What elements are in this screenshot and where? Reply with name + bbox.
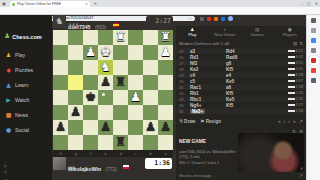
white-move[interactable]: Nf2 (190, 61, 226, 66)
move-row[interactable]: 35.Ne3+1:36 (176, 108, 306, 114)
bottom-player-clock: 1:36 (145, 158, 172, 169)
sidebar-item-play[interactable]: ♟Play (5, 51, 25, 59)
square-r5c2[interactable] (83, 105, 98, 120)
square-r1c3[interactable]: ♚ (98, 45, 113, 60)
square-r3c4[interactable]: ♜ (113, 75, 128, 90)
app-red-icon[interactable] (309, 66, 319, 75)
webcam-feed[interactable]: ↗ (238, 133, 304, 172)
edge-sidebar (306, 15, 320, 180)
maximize-icon[interactable]: ▢ (307, 1, 311, 6)
file-label: g (68, 150, 83, 157)
white-move[interactable]: Rbc1 (190, 97, 226, 102)
square-r0c2[interactable] (83, 30, 98, 45)
chat-input[interactable]: Send a message... (179, 173, 299, 178)
extensions-row: ⋯ (200, 16, 240, 22)
white-pawn[interactable]: ♟ (158, 45, 173, 60)
white-move[interactable]: Ng4+ (190, 103, 226, 108)
tab-players[interactable]: ●Players (274, 26, 307, 39)
tab-label: Players (274, 32, 307, 37)
time-bar (288, 80, 295, 82)
draw-button[interactable]: ½ Draw (179, 119, 195, 124)
square-r2c4[interactable] (113, 60, 128, 75)
top-player-flag (113, 23, 119, 27)
square-r1c4[interactable] (113, 45, 128, 60)
bottom-player-captured: ♙♙ (68, 165, 75, 170)
white-move[interactable]: Rb1 (190, 91, 226, 96)
time-bar (288, 50, 295, 52)
tab-label: New Game (209, 32, 242, 37)
sidebar-item-label: News (15, 112, 28, 118)
file-label: a (158, 150, 173, 157)
file-label: f (83, 150, 98, 157)
top-player-clock: 2:27 (146, 16, 173, 27)
square-r4c1[interactable] (68, 90, 83, 105)
square-r7c0[interactable] (53, 135, 68, 150)
file-label: h (53, 150, 68, 157)
move-time: 1:36 (262, 109, 303, 113)
black-move[interactable]: Kf5 (226, 103, 262, 108)
white-rook[interactable]: ♜ (113, 30, 128, 45)
square-r1c0[interactable] (53, 45, 68, 60)
tab-new-game[interactable]: +New Game (209, 26, 242, 39)
square-r3c2[interactable] (83, 75, 98, 90)
square-r7c7[interactable] (158, 135, 173, 150)
black-pawn[interactable]: ♟ (53, 120, 68, 135)
new-game-title: NEW GAME (179, 139, 206, 144)
square-r5c6[interactable] (143, 105, 158, 120)
square-r7c3[interactable] (98, 135, 113, 150)
chat-expand-icon[interactable]: ↗ (299, 173, 303, 178)
expand-icon[interactable]: ↗ (299, 118, 303, 124)
square-r4c4[interactable] (113, 90, 128, 105)
move-number: 34. (179, 103, 190, 108)
file-label: b (143, 150, 158, 157)
time-bar (288, 86, 295, 88)
white-move[interactable]: Ke2 (190, 67, 226, 72)
move-time: 3:55 (262, 61, 303, 65)
resign-button[interactable]: ⚑ Resign (200, 119, 221, 124)
white-move[interactable]: c5 (190, 79, 226, 84)
square-r6c6[interactable]: ♟ (143, 120, 158, 135)
time-bar (288, 92, 295, 94)
black-move[interactable]: Kf5 (226, 67, 262, 72)
help-icon[interactable]: ? (4, 170, 7, 176)
square-r1c5[interactable] (128, 45, 143, 60)
square-r0c1[interactable] (68, 30, 83, 45)
chesscom-sidebar: ♟ Chess.com ♟Play◆Puzzles▲Learn▶Watch■Ne… (0, 15, 52, 180)
file-label: c (128, 150, 143, 157)
square-r4c2[interactable]: ♚ (83, 90, 98, 105)
white-move[interactable]: c4 (190, 73, 226, 78)
time-bar (288, 56, 295, 58)
square-r3c5[interactable] (128, 75, 143, 90)
bottom-player-avatar[interactable] (53, 157, 66, 170)
forward-icon[interactable]: › (288, 118, 290, 124)
black-pawn[interactable]: ♟ (158, 120, 173, 135)
move-time: 3:28 (262, 73, 303, 77)
black-move[interactable]: Ke5 (226, 97, 262, 102)
move-time: 2:31 (262, 97, 303, 101)
square-r6c7[interactable]: ♟ (158, 120, 173, 135)
minimize-icon[interactable]: – (301, 1, 303, 6)
black-rook[interactable]: ♜ (113, 75, 128, 90)
move-number: 27. (179, 61, 190, 66)
chess-board[interactable]: ♜♜♟♚♟♞♟♜♚♟♟♟♟♟♟♜ (53, 30, 173, 150)
browser-tab-bar: ▣ Play Chess Online for FREE ✕ + – ▢ ✕ (0, 0, 320, 7)
square-r1c2[interactable]: ♟ (83, 45, 98, 60)
square-r2c5[interactable] (128, 60, 143, 75)
square-r6c0[interactable]: ♟ (53, 120, 68, 135)
square-r0c3[interactable] (98, 30, 113, 45)
square-r4c6[interactable] (143, 90, 158, 105)
square-r5c7[interactable] (158, 105, 173, 120)
white-king[interactable]: ♚ (98, 45, 113, 60)
browser-profile-avatar[interactable] (228, 16, 233, 21)
sidebar-item-news[interactable]: ■News (5, 111, 28, 119)
square-r1c6[interactable] (143, 45, 158, 60)
square-r7c5[interactable] (128, 135, 143, 150)
square-r5c4[interactable] (113, 105, 128, 120)
black-move[interactable]: Ke5 (226, 79, 262, 84)
extension-icon[interactable] (207, 17, 211, 21)
black-move[interactable]: a6 (226, 85, 262, 90)
time-bar (288, 62, 295, 64)
sidebar-item-watch[interactable]: ▶Watch (5, 96, 30, 104)
square-r5c5[interactable] (128, 105, 143, 120)
move-time: 2:44 (262, 91, 303, 95)
new-tab-button[interactable]: + (94, 1, 97, 6)
tab-close-icon[interactable]: ✕ (85, 3, 88, 6)
sidebar-item-social[interactable]: ●Social (5, 126, 29, 134)
move-time: 3:07 (262, 79, 303, 83)
square-r3c0[interactable] (53, 75, 68, 90)
tab-favicon (12, 3, 15, 6)
square-r0c6[interactable] (143, 30, 158, 45)
file-label: d (113, 150, 128, 157)
top-player-captured: ♟♟♟ (68, 22, 79, 27)
square-r3c3[interactable]: ♟ (98, 75, 113, 90)
square-r2c2[interactable] (83, 60, 98, 75)
tab-games[interactable]: ▤Games (241, 26, 274, 39)
white-move[interactable]: a3 (190, 49, 226, 54)
settings-icon[interactable]: ⚙ (4, 177, 8, 180)
chesscom-logo[interactable]: ♟ Chess.com (4, 33, 42, 40)
sidebar-item-puzzles[interactable]: ◆Puzzles (5, 66, 33, 74)
square-r4c3[interactable] (98, 90, 113, 105)
sidebar-item-learn[interactable]: ▲Learn (5, 81, 28, 89)
sidebar-item-label: Learn (15, 82, 28, 88)
square-r0c5[interactable] (128, 30, 143, 45)
move-number: 32. (179, 91, 190, 96)
square-r4c0[interactable] (53, 90, 68, 105)
move-time: 2:27 (262, 103, 303, 107)
square-r7c6[interactable] (143, 135, 158, 150)
time-bar (288, 110, 295, 112)
bottom-player-flag (123, 165, 129, 169)
square-r2c1[interactable] (68, 60, 83, 75)
black-pawn[interactable]: ♟ (98, 120, 113, 135)
square-r7c1[interactable] (68, 135, 83, 150)
file-label: e (98, 150, 113, 157)
puzzles-icon: ◆ (5, 67, 12, 73)
black-move[interactable]: e4 (226, 73, 262, 78)
time-bar (288, 74, 295, 76)
square-r6c4[interactable] (113, 120, 128, 135)
move-number: 31. (179, 85, 190, 90)
move-time: 3:41 (262, 67, 303, 71)
white-pawn[interactable]: ♟ (83, 45, 98, 60)
logo-text: Chess.com (12, 34, 41, 40)
black-move[interactable]: Rd4 (226, 49, 262, 54)
panel-tabs: ♟Play+New Game▤Games●Players (176, 26, 306, 39)
app-red-selected-icon[interactable] (309, 56, 319, 65)
square-r6c5[interactable] (128, 120, 143, 135)
logo-pawn-icon: ♟ (4, 33, 10, 40)
square-r6c1[interactable] (68, 120, 83, 135)
move-number: 35. (179, 109, 190, 114)
square-r0c4[interactable]: ♜ (113, 30, 128, 45)
square-r0c0[interactable] (53, 30, 68, 45)
time-bar (288, 104, 295, 106)
tab-label: Play (176, 32, 209, 37)
tab-label: Games (241, 32, 274, 37)
play-icon: ♟ (5, 52, 12, 58)
square-r2c0[interactable] (53, 60, 68, 75)
black-pawn[interactable]: ♟ (143, 120, 158, 135)
bookmark-star-icon[interactable]: ☆ (188, 16, 192, 21)
opening-row: Modern Defense with 1.d4 ▤ ⇅ (179, 40, 303, 47)
browser-menu-icon[interactable]: ⋯ (236, 16, 240, 22)
bottom-player-bar: MikolajkoWin (772) ♙♙ 1:36 (53, 157, 173, 173)
white-knight[interactable]: ♞ (98, 60, 113, 75)
black-rook[interactable]: ♜ (113, 135, 128, 150)
square-r4c5[interactable]: ♟ (128, 90, 143, 105)
app-dark-icon[interactable] (309, 76, 319, 85)
square-r3c6[interactable] (143, 75, 158, 90)
move-time: 4:12 (262, 49, 303, 53)
move-number: 33. (179, 97, 190, 102)
white-move[interactable]: Rac1 (190, 85, 226, 90)
close-icon[interactable]: ✕ (315, 1, 318, 6)
game-controls: ½ Draw ⚑ Resign «‹›»↗ (179, 116, 303, 126)
square-r1c1[interactable] (68, 45, 83, 60)
square-r0c7[interactable]: ♜ (158, 30, 173, 45)
bottom-player-rating: (772) (106, 167, 117, 172)
webcam-expand-icon[interactable]: ↗ (300, 166, 303, 171)
white-pawn[interactable]: ♟ (128, 90, 143, 105)
sidebar-item-label: Social (15, 127, 29, 133)
square-r1c7[interactable]: ♟ (158, 45, 173, 60)
move-time: 2:58 (262, 85, 303, 89)
extension-icon[interactable] (200, 17, 204, 21)
selected-move: Ne3+ (190, 109, 205, 114)
square-r5c0[interactable] (53, 105, 68, 120)
move-number: 29. (179, 73, 190, 78)
square-r5c3[interactable] (98, 105, 113, 120)
square-r2c7[interactable] (158, 60, 173, 75)
search-icon[interactable] (309, 26, 319, 35)
tab-actions-icon[interactable]: ▣ (2, 2, 6, 6)
sidebar-item-label: Watch (15, 97, 30, 103)
tab-play[interactable]: ♟Play (176, 26, 209, 39)
tab-title: Play Chess Online for FREE (17, 2, 83, 6)
time-bar (288, 98, 295, 100)
white-move[interactable]: Rd1 (190, 55, 226, 60)
black-move[interactable]: Kf5 (226, 91, 262, 96)
move-number: 30. (179, 79, 190, 84)
white-move[interactable]: Ne3+ (190, 109, 226, 114)
opening-name[interactable]: Modern Defense with 1.d4 (179, 41, 291, 46)
black-move[interactable]: Rad8 (226, 55, 262, 60)
black-move[interactable]: g6 (226, 61, 262, 66)
black-pawn[interactable]: ♟ (98, 75, 113, 90)
move-time: 4:02 (262, 55, 303, 59)
square-r6c2[interactable] (83, 120, 98, 135)
screen: ▣ Play Chess Online for FREE ✕ + – ▢ ✕ ←… (0, 0, 320, 180)
app-grey-icon[interactable] (309, 46, 319, 55)
square-r3c7[interactable] (158, 75, 173, 90)
skip-start-icon[interactable]: « (278, 118, 281, 124)
move-number: 25. (179, 49, 190, 54)
window-controls: – ▢ ✕ (301, 1, 318, 6)
extension-icon[interactable] (214, 17, 218, 21)
move-number: 28. (179, 67, 190, 72)
black-pawn[interactable]: ♟ (68, 105, 83, 120)
new-game-matchup: user7345 (650) vs. MikolajkoWin (772), 5… (179, 149, 237, 159)
square-r2c6[interactable] (143, 60, 158, 75)
black-king[interactable]: ♚ (83, 90, 98, 105)
app-blue-icon[interactable] (309, 36, 319, 45)
back-icon[interactable]: ‹ (284, 118, 286, 124)
square-r5c1[interactable]: ♟ (68, 105, 83, 120)
extension-icon[interactable] (221, 17, 225, 21)
top-player-avatar[interactable]: ♞ (53, 15, 66, 28)
square-r4c7[interactable] (158, 90, 173, 105)
file-coordinates: hgfedcba (53, 150, 173, 157)
sidebar-item-label: Play (15, 52, 25, 58)
add-icon[interactable] (309, 16, 319, 25)
skip-end-icon[interactable]: » (293, 118, 296, 124)
book-icon[interactable]: ▤ (293, 41, 297, 46)
square-r7c4[interactable]: ♜ (113, 135, 128, 150)
square-r3c1[interactable] (68, 75, 83, 90)
top-player-bar: ♞ user7345 (650) ♟♟♟ 2:27 (53, 14, 173, 29)
mouse-cursor-dot (102, 93, 105, 96)
watch-icon: ▶ (5, 97, 12, 103)
square-r7c2[interactable] (83, 135, 98, 150)
white-rook[interactable]: ♜ (158, 30, 173, 45)
search-icon[interactable]: ≡ (4, 163, 7, 169)
learn-icon: ▲ (5, 82, 12, 88)
new-game-score: Win 1 / Draw 0 / Loss 1 (179, 160, 237, 165)
move-number: 26. (179, 55, 190, 60)
social-icon: ● (5, 127, 12, 133)
square-r2c3[interactable]: ♞ (98, 60, 113, 75)
flip-board-icon[interactable]: ⇅ (299, 41, 303, 46)
sidebar-item-label: Puzzles (15, 67, 33, 73)
chat-row: Send a message... ↗ (179, 172, 303, 179)
move-list[interactable]: 25.a3Rd44:1226.Rd1Rad84:0227.Nf2g63:5528… (176, 48, 306, 114)
news-icon: ■ (5, 112, 12, 118)
time-bar (288, 68, 295, 70)
square-r6c3[interactable]: ♟ (98, 120, 113, 135)
